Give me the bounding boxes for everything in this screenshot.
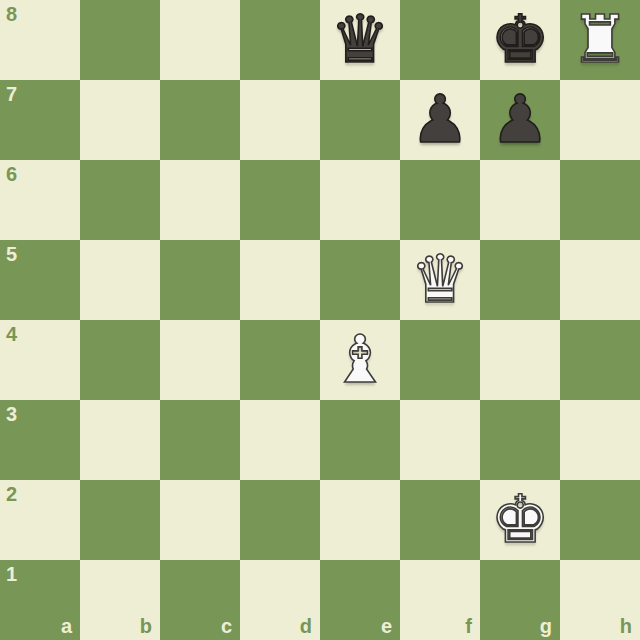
square-a8[interactable]: 8 <box>0 0 80 80</box>
square-c7[interactable] <box>160 80 240 160</box>
square-f8[interactable] <box>400 0 480 80</box>
square-a2[interactable]: 2 <box>0 480 80 560</box>
rank-label-3: 3 <box>6 404 17 424</box>
square-h4[interactable] <box>560 320 640 400</box>
square-b2[interactable] <box>80 480 160 560</box>
square-b7[interactable] <box>80 80 160 160</box>
square-f3[interactable] <box>400 400 480 480</box>
square-a7[interactable]: 7 <box>0 80 80 160</box>
square-g2[interactable]: ♚ <box>480 480 560 560</box>
rank-label-5: 5 <box>6 244 17 264</box>
square-b6[interactable] <box>80 160 160 240</box>
chess-board-container: 8♛♚♜7♟♟65♛4♝32♚1abcdefgh <box>0 0 640 640</box>
square-h7[interactable] <box>560 80 640 160</box>
square-e6[interactable] <box>320 160 400 240</box>
square-a4[interactable]: 4 <box>0 320 80 400</box>
square-g5[interactable] <box>480 240 560 320</box>
square-g8[interactable]: ♚ <box>480 0 560 80</box>
file-label-f: f <box>465 616 472 636</box>
square-b3[interactable] <box>80 400 160 480</box>
square-f4[interactable] <box>400 320 480 400</box>
square-a3[interactable]: 3 <box>0 400 80 480</box>
square-f2[interactable] <box>400 480 480 560</box>
square-c3[interactable] <box>160 400 240 480</box>
file-label-d: d <box>300 616 312 636</box>
file-label-a: a <box>61 616 72 636</box>
piece-black-queen[interactable]: ♛ <box>320 0 400 80</box>
square-h6[interactable] <box>560 160 640 240</box>
piece-black-pawn[interactable]: ♟ <box>480 80 560 160</box>
square-g6[interactable] <box>480 160 560 240</box>
square-a6[interactable]: 6 <box>0 160 80 240</box>
piece-black-king[interactable]: ♚ <box>480 0 560 80</box>
square-c1[interactable]: c <box>160 560 240 640</box>
square-c6[interactable] <box>160 160 240 240</box>
square-g3[interactable] <box>480 400 560 480</box>
piece-white-king[interactable]: ♚ <box>480 480 560 560</box>
file-label-b: b <box>140 616 152 636</box>
square-c8[interactable] <box>160 0 240 80</box>
square-d7[interactable] <box>240 80 320 160</box>
square-h1[interactable]: h <box>560 560 640 640</box>
square-h5[interactable] <box>560 240 640 320</box>
square-f5[interactable]: ♛ <box>400 240 480 320</box>
square-e1[interactable]: e <box>320 560 400 640</box>
square-b8[interactable] <box>80 0 160 80</box>
square-e3[interactable] <box>320 400 400 480</box>
rank-label-6: 6 <box>6 164 17 184</box>
square-e5[interactable] <box>320 240 400 320</box>
square-d4[interactable] <box>240 320 320 400</box>
square-a1[interactable]: 1a <box>0 560 80 640</box>
piece-white-bishop[interactable]: ♝ <box>320 320 400 400</box>
square-e2[interactable] <box>320 480 400 560</box>
chess-board: 8♛♚♜7♟♟65♛4♝32♚1abcdefgh <box>0 0 640 640</box>
square-h2[interactable] <box>560 480 640 560</box>
rank-label-2: 2 <box>6 484 17 504</box>
square-d5[interactable] <box>240 240 320 320</box>
square-g4[interactable] <box>480 320 560 400</box>
piece-white-rook[interactable]: ♜ <box>560 0 640 80</box>
square-e7[interactable] <box>320 80 400 160</box>
square-g1[interactable]: g <box>480 560 560 640</box>
rank-label-7: 7 <box>6 84 17 104</box>
square-e4[interactable]: ♝ <box>320 320 400 400</box>
square-d3[interactable] <box>240 400 320 480</box>
rank-label-1: 1 <box>6 564 17 584</box>
square-h3[interactable] <box>560 400 640 480</box>
square-f1[interactable]: f <box>400 560 480 640</box>
square-a5[interactable]: 5 <box>0 240 80 320</box>
square-h8[interactable]: ♜ <box>560 0 640 80</box>
square-g7[interactable]: ♟ <box>480 80 560 160</box>
square-d8[interactable] <box>240 0 320 80</box>
square-d6[interactable] <box>240 160 320 240</box>
piece-white-queen[interactable]: ♛ <box>400 240 480 320</box>
rank-label-8: 8 <box>6 4 17 24</box>
square-c5[interactable] <box>160 240 240 320</box>
file-label-g: g <box>540 616 552 636</box>
square-f6[interactable] <box>400 160 480 240</box>
square-b1[interactable]: b <box>80 560 160 640</box>
square-f7[interactable]: ♟ <box>400 80 480 160</box>
file-label-e: e <box>381 616 392 636</box>
file-label-c: c <box>221 616 232 636</box>
square-b5[interactable] <box>80 240 160 320</box>
square-c4[interactable] <box>160 320 240 400</box>
square-d2[interactable] <box>240 480 320 560</box>
rank-label-4: 4 <box>6 324 17 344</box>
square-b4[interactable] <box>80 320 160 400</box>
file-label-h: h <box>620 616 632 636</box>
square-d1[interactable]: d <box>240 560 320 640</box>
square-c2[interactable] <box>160 480 240 560</box>
piece-black-pawn[interactable]: ♟ <box>400 80 480 160</box>
square-e8[interactable]: ♛ <box>320 0 400 80</box>
